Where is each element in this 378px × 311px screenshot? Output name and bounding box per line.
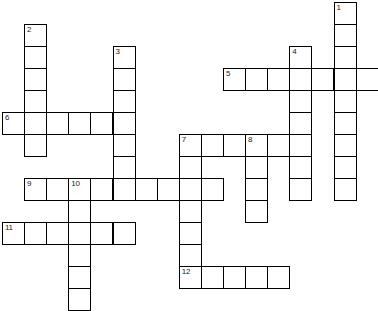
crossword-cell[interactable]: 11 [2, 222, 25, 245]
crossword-cell[interactable] [289, 68, 312, 91]
crossword-cell[interactable] [334, 68, 357, 91]
crossword-cell[interactable] [245, 266, 268, 289]
clue-number: 11 [5, 223, 13, 232]
crossword-cell[interactable] [267, 134, 290, 157]
crossword-cell[interactable] [24, 68, 47, 91]
clue-number: 2 [27, 25, 31, 34]
crossword-cell[interactable] [68, 112, 91, 135]
crossword-cell[interactable] [24, 46, 47, 69]
crossword-cell[interactable] [68, 244, 91, 267]
crossword-cell[interactable] [334, 156, 357, 179]
crossword-cell[interactable] [289, 90, 312, 113]
crossword-cell[interactable] [245, 68, 268, 91]
crossword-cell[interactable] [135, 178, 158, 201]
crossword-cell[interactable] [113, 178, 136, 201]
crossword-cell[interactable] [334, 134, 357, 157]
clue-number: 1 [337, 3, 341, 12]
crossword-cell[interactable] [113, 112, 136, 135]
clue-number: 8 [248, 135, 252, 144]
crossword-cell[interactable] [24, 134, 47, 157]
crossword-cell[interactable] [157, 178, 180, 201]
crossword-cell[interactable] [289, 156, 312, 179]
crossword-cell[interactable] [245, 200, 268, 223]
crossword-cell[interactable] [113, 68, 136, 91]
crossword-cell[interactable] [46, 222, 69, 245]
crossword-cell[interactable] [90, 222, 113, 245]
crossword-cell[interactable] [245, 156, 268, 179]
clue-number: 7 [182, 135, 186, 144]
crossword-board: 123456789101112 [0, 0, 378, 311]
clue-number: 10 [71, 179, 79, 188]
crossword-cell[interactable]: 9 [24, 178, 47, 201]
clue-number: 3 [116, 47, 120, 56]
crossword-cell[interactable]: 3 [113, 46, 136, 69]
crossword-cell[interactable] [113, 134, 136, 157]
crossword-cell[interactable] [289, 134, 312, 157]
crossword-cell[interactable] [68, 266, 91, 289]
crossword-cell[interactable] [223, 266, 246, 289]
crossword-cell[interactable]: 2 [24, 24, 47, 47]
crossword-cell[interactable] [356, 68, 378, 91]
crossword-cell[interactable] [113, 90, 136, 113]
crossword-cell[interactable] [334, 46, 357, 69]
crossword-cell[interactable]: 8 [245, 134, 268, 157]
crossword-cell[interactable] [24, 112, 47, 135]
crossword-cell[interactable]: 6 [2, 112, 25, 135]
crossword-cell[interactable] [334, 112, 357, 135]
crossword-cell[interactable] [267, 68, 290, 91]
crossword-cell[interactable] [334, 178, 357, 201]
crossword-cell[interactable] [46, 178, 69, 201]
crossword-cell[interactable] [334, 90, 357, 113]
crossword-cell[interactable] [179, 200, 202, 223]
crossword-cell[interactable] [245, 178, 268, 201]
crossword-cell[interactable] [113, 156, 136, 179]
crossword-cell[interactable] [113, 222, 136, 245]
crossword-cell[interactable]: 10 [68, 178, 91, 201]
crossword-cell[interactable]: 12 [179, 266, 202, 289]
crossword-cell[interactable] [179, 178, 202, 201]
crossword-cell[interactable] [311, 68, 334, 91]
crossword-cell[interactable] [179, 156, 202, 179]
crossword-cell[interactable] [289, 112, 312, 135]
crossword-cell[interactable] [201, 134, 224, 157]
crossword-cell[interactable] [179, 244, 202, 267]
crossword-cell[interactable] [267, 266, 290, 289]
crossword-cell[interactable]: 4 [289, 46, 312, 69]
crossword-cell[interactable] [46, 112, 69, 135]
crossword-cell[interactable] [90, 112, 113, 135]
clue-number: 9 [27, 179, 31, 188]
crossword-cell[interactable]: 1 [334, 2, 357, 25]
crossword-cell[interactable] [68, 288, 91, 311]
crossword-cell[interactable] [68, 200, 91, 223]
clue-number: 12 [182, 267, 190, 276]
clue-number: 4 [292, 47, 296, 56]
clue-number: 5 [226, 69, 230, 78]
clue-number: 6 [5, 113, 9, 122]
crossword-cell[interactable] [68, 222, 91, 245]
crossword-cell[interactable] [201, 178, 224, 201]
crossword-cell[interactable] [24, 90, 47, 113]
crossword-cell[interactable] [289, 178, 312, 201]
crossword-cell[interactable] [201, 266, 224, 289]
crossword-cell[interactable] [223, 134, 246, 157]
crossword-cell[interactable] [334, 24, 357, 47]
crossword-cell[interactable] [24, 222, 47, 245]
crossword-cell[interactable]: 7 [179, 134, 202, 157]
crossword-cell[interactable]: 5 [223, 68, 246, 91]
crossword-cell[interactable] [90, 178, 113, 201]
crossword-puzzle-page: 123456789101112 [0, 0, 378, 311]
crossword-cell[interactable] [179, 222, 202, 245]
